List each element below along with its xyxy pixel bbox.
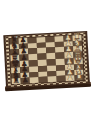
square[interactable]: ♟ (21, 78, 30, 84)
board-inlay-border: ♜♟♟♜♞♟♟♞♝♟♟♝♛♟♟♛♚♟♟♚♝♟♟♝♞♟♟♞♜♟♟♜ (5, 32, 88, 87)
white-pawn[interactable]: ♟ (67, 74, 74, 82)
square[interactable] (39, 77, 48, 83)
board-frame: ♜♟♟♜♞♟♟♞♝♟♟♝♛♟♟♛♚♟♟♚♝♟♟♝♞♟♟♞♜♟♟♜ (3, 31, 90, 88)
black-rook[interactable]: ♜ (12, 75, 20, 84)
square[interactable] (30, 77, 39, 83)
square[interactable] (57, 76, 66, 82)
chess-board-grid: ♜♟♟♜♞♟♟♞♝♟♟♝♛♟♟♛♚♟♟♚♝♟♟♝♞♟♟♞♜♟♟♜ (9, 35, 83, 84)
product-photo-background: ♜♟♟♜♞♟♟♞♝♟♟♝♛♟♟♛♚♟♟♚♝♟♟♝♞♟♟♞♜♟♟♜ (0, 0, 95, 126)
square[interactable] (48, 76, 57, 82)
square[interactable]: ♟ (65, 75, 74, 81)
square[interactable]: ♜ (74, 75, 83, 81)
board-inner-rim: ♜♟♟♜♞♟♟♞♝♟♟♝♛♟♟♛♚♟♟♚♝♟♟♝♞♟♟♞♜♟♟♜ (8, 34, 84, 84)
chessboard: ♜♟♟♜♞♟♟♞♝♟♟♝♛♟♟♛♚♟♟♚♝♟♟♝♞♟♟♞♜♟♟♜ (3, 31, 90, 88)
square[interactable]: ♜ (12, 78, 21, 84)
white-rook[interactable]: ♜ (75, 72, 83, 81)
black-pawn[interactable]: ♟ (22, 76, 29, 84)
